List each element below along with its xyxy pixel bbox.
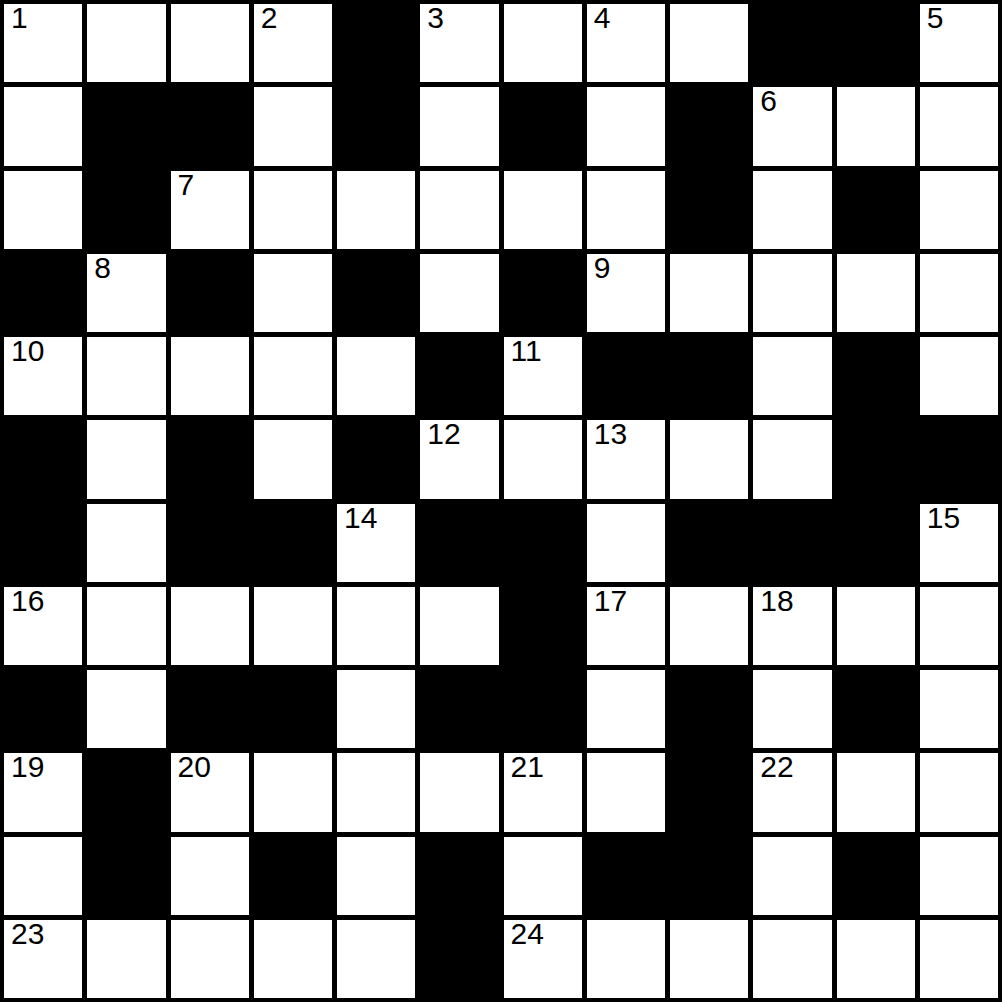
white-cell[interactable] (337, 670, 415, 748)
white-cell[interactable] (171, 587, 249, 665)
black-cell (837, 504, 915, 582)
black-cell (670, 337, 748, 415)
clue-number: 2 (261, 3, 278, 33)
white-cell[interactable] (587, 753, 665, 831)
clue-number: 16 (11, 586, 44, 616)
white-cell[interactable] (504, 837, 582, 915)
white-cell[interactable] (670, 4, 748, 82)
crossword-board: 123456789101112131415161718192021222324 (0, 0, 1002, 1002)
black-cell (87, 171, 165, 249)
white-cell[interactable] (87, 337, 165, 415)
white-cell[interactable]: 15 (920, 504, 998, 582)
white-cell[interactable] (920, 254, 998, 332)
white-cell[interactable]: 14 (337, 504, 415, 582)
white-cell[interactable] (87, 420, 165, 498)
black-cell (837, 837, 915, 915)
black-cell (670, 753, 748, 831)
clue-number: 3 (427, 3, 444, 33)
white-cell[interactable] (254, 920, 332, 998)
white-cell[interactable] (254, 420, 332, 498)
black-cell (837, 337, 915, 415)
black-cell (420, 337, 498, 415)
white-cell[interactable]: 16 (4, 587, 82, 665)
black-cell (420, 920, 498, 998)
clue-number: 10 (11, 336, 44, 366)
white-cell[interactable] (837, 753, 915, 831)
white-cell[interactable]: 18 (753, 587, 831, 665)
white-cell[interactable]: 9 (587, 254, 665, 332)
white-cell[interactable]: 11 (504, 337, 582, 415)
white-cell[interactable] (504, 171, 582, 249)
clue-number: 12 (427, 419, 460, 449)
black-cell (254, 670, 332, 748)
white-cell[interactable] (920, 920, 998, 998)
white-cell[interactable] (920, 670, 998, 748)
white-cell[interactable] (753, 254, 831, 332)
white-cell[interactable] (87, 504, 165, 582)
black-cell (837, 171, 915, 249)
white-cell[interactable]: 19 (4, 753, 82, 831)
white-cell[interactable] (504, 4, 582, 82)
black-cell (337, 420, 415, 498)
white-cell[interactable] (337, 753, 415, 831)
white-cell[interactable] (753, 837, 831, 915)
clue-number: 21 (511, 752, 544, 782)
black-cell (4, 670, 82, 748)
clue-number: 5 (927, 3, 944, 33)
black-cell (4, 420, 82, 498)
white-cell[interactable] (254, 753, 332, 831)
black-cell (87, 87, 165, 165)
white-cell[interactable]: 21 (504, 753, 582, 831)
clue-number: 1 (11, 3, 28, 33)
white-cell[interactable] (920, 753, 998, 831)
black-cell (670, 504, 748, 582)
black-cell (254, 504, 332, 582)
white-cell[interactable] (337, 337, 415, 415)
white-cell[interactable] (920, 171, 998, 249)
white-cell[interactable] (254, 171, 332, 249)
white-cell[interactable] (337, 587, 415, 665)
white-cell[interactable] (753, 337, 831, 415)
white-cell[interactable] (670, 420, 748, 498)
clue-number: 17 (594, 586, 627, 616)
black-cell (504, 87, 582, 165)
black-cell (4, 504, 82, 582)
white-cell[interactable] (337, 837, 415, 915)
white-cell[interactable]: 17 (587, 587, 665, 665)
white-cell[interactable] (420, 753, 498, 831)
black-cell (254, 837, 332, 915)
black-cell (87, 837, 165, 915)
white-cell[interactable]: 7 (171, 171, 249, 249)
black-cell (504, 587, 582, 665)
black-cell (337, 87, 415, 165)
white-cell[interactable] (254, 87, 332, 165)
white-cell[interactable] (171, 4, 249, 82)
black-cell (171, 254, 249, 332)
white-cell[interactable] (920, 837, 998, 915)
white-cell[interactable] (837, 920, 915, 998)
white-cell[interactable] (920, 87, 998, 165)
black-cell (171, 504, 249, 582)
white-cell[interactable] (337, 171, 415, 249)
black-cell (337, 254, 415, 332)
black-cell (920, 420, 998, 498)
clue-number: 15 (927, 503, 960, 533)
black-cell (753, 4, 831, 82)
white-cell[interactable] (837, 587, 915, 665)
white-cell[interactable]: 1 (4, 4, 82, 82)
black-cell (420, 504, 498, 582)
clue-number: 20 (178, 752, 211, 782)
black-cell (837, 420, 915, 498)
white-cell[interactable] (420, 171, 498, 249)
white-cell[interactable] (753, 920, 831, 998)
clue-number: 7 (178, 170, 195, 200)
black-cell (670, 171, 748, 249)
black-cell (504, 504, 582, 582)
white-cell[interactable]: 20 (171, 753, 249, 831)
white-cell[interactable] (87, 920, 165, 998)
black-cell (420, 670, 498, 748)
white-cell[interactable] (753, 420, 831, 498)
black-cell (337, 4, 415, 82)
white-cell[interactable] (670, 254, 748, 332)
white-cell[interactable] (4, 87, 82, 165)
white-cell[interactable]: 8 (87, 254, 165, 332)
white-cell[interactable] (420, 87, 498, 165)
white-cell[interactable] (920, 587, 998, 665)
white-cell[interactable] (504, 420, 582, 498)
black-cell (87, 753, 165, 831)
white-cell[interactable] (420, 254, 498, 332)
black-cell (504, 670, 582, 748)
white-cell[interactable]: 3 (420, 4, 498, 82)
white-cell[interactable] (4, 837, 82, 915)
white-cell[interactable] (87, 4, 165, 82)
black-cell (837, 4, 915, 82)
black-cell (504, 254, 582, 332)
white-cell[interactable] (837, 87, 915, 165)
white-cell[interactable] (4, 171, 82, 249)
white-cell[interactable] (587, 87, 665, 165)
black-cell (587, 837, 665, 915)
white-cell[interactable] (587, 504, 665, 582)
white-cell[interactable] (587, 920, 665, 998)
white-cell[interactable]: 12 (420, 420, 498, 498)
white-cell[interactable] (587, 171, 665, 249)
clue-number: 18 (760, 586, 793, 616)
black-cell (171, 670, 249, 748)
clue-number: 11 (511, 336, 542, 366)
white-cell[interactable] (171, 920, 249, 998)
white-cell[interactable] (254, 587, 332, 665)
clue-number: 9 (594, 253, 611, 283)
white-cell[interactable] (87, 587, 165, 665)
clue-number: 24 (511, 919, 544, 949)
clue-number: 14 (344, 503, 377, 533)
black-cell (753, 504, 831, 582)
white-cell[interactable]: 13 (587, 420, 665, 498)
white-cell[interactable]: 22 (753, 753, 831, 831)
white-cell[interactable] (753, 171, 831, 249)
white-cell[interactable] (254, 337, 332, 415)
white-cell[interactable] (837, 254, 915, 332)
white-cell[interactable]: 10 (4, 337, 82, 415)
white-cell[interactable]: 2 (254, 4, 332, 82)
black-cell (670, 837, 748, 915)
white-cell[interactable] (337, 920, 415, 998)
black-cell (670, 87, 748, 165)
white-cell[interactable] (87, 670, 165, 748)
white-cell[interactable] (254, 254, 332, 332)
black-cell (670, 670, 748, 748)
white-cell[interactable] (171, 837, 249, 915)
black-cell (171, 87, 249, 165)
white-cell[interactable] (420, 587, 498, 665)
white-cell[interactable]: 5 (920, 4, 998, 82)
white-cell[interactable] (587, 670, 665, 748)
white-cell[interactable]: 24 (504, 920, 582, 998)
clue-number: 6 (760, 86, 777, 116)
white-cell[interactable] (920, 337, 998, 415)
clue-number: 13 (594, 419, 627, 449)
black-cell (420, 837, 498, 915)
white-cell[interactable] (753, 670, 831, 748)
white-cell[interactable] (670, 920, 748, 998)
clue-number: 22 (760, 752, 793, 782)
white-cell[interactable]: 4 (587, 4, 665, 82)
white-cell[interactable] (670, 587, 748, 665)
white-cell[interactable] (171, 337, 249, 415)
black-cell (837, 670, 915, 748)
white-cell[interactable]: 23 (4, 920, 82, 998)
clue-number: 19 (11, 752, 44, 782)
clue-number: 8 (94, 253, 111, 283)
white-cell[interactable]: 6 (753, 87, 831, 165)
black-cell (4, 254, 82, 332)
black-cell (587, 337, 665, 415)
black-cell (171, 420, 249, 498)
clue-number: 23 (11, 919, 44, 949)
clue-number: 4 (594, 3, 611, 33)
